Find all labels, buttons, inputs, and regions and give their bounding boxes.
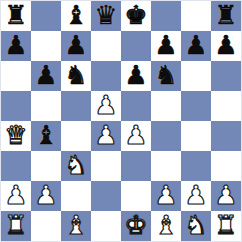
white-pawn-e4: ♟ [124,122,147,148]
square-e5[interactable] [121,91,151,121]
square-c8[interactable]: ♝ [61,1,91,31]
square-a2[interactable]: ♟ [1,181,31,211]
square-d3[interactable] [91,151,121,181]
square-d8[interactable]: ♛ [91,1,121,31]
white-queen-a4: ♛ [4,122,27,148]
square-e1[interactable]: ♚ [121,211,151,241]
square-f8[interactable] [151,1,181,31]
white-rook-h1: ♜ [214,212,237,238]
square-c2[interactable] [61,181,91,211]
square-d1[interactable] [91,211,121,241]
black-rook-h8: ♜ [214,2,237,28]
square-a1[interactable]: ♜ [1,211,31,241]
square-g3[interactable] [181,151,211,181]
black-pawn-e6: ♟ [124,62,147,88]
white-bishop-f1: ♝ [154,212,177,238]
black-pawn-a7: ♟ [4,32,27,58]
square-e8[interactable]: ♚ [121,1,151,31]
black-queen-d8: ♛ [94,2,117,28]
square-h7[interactable]: ♟ [211,31,241,61]
square-f3[interactable] [151,151,181,181]
square-b5[interactable] [31,91,61,121]
black-pawn-b6: ♟ [34,62,57,88]
square-g7[interactable]: ♟ [181,31,211,61]
square-e4[interactable]: ♟ [121,121,151,151]
square-b8[interactable] [31,1,61,31]
square-h2[interactable]: ♟ [211,181,241,211]
white-rook-a1: ♜ [4,212,27,238]
square-f7[interactable]: ♟ [151,31,181,61]
square-h8[interactable]: ♜ [211,1,241,31]
white-bishop-c1: ♝ [64,212,87,238]
square-c7[interactable]: ♟ [61,31,91,61]
square-g6[interactable] [181,61,211,91]
square-e7[interactable] [121,31,151,61]
square-h1[interactable]: ♜ [211,211,241,241]
square-b4[interactable]: ♝ [31,121,61,151]
square-c1[interactable]: ♝ [61,211,91,241]
square-h3[interactable] [211,151,241,181]
square-g1[interactable]: ♞ [181,211,211,241]
square-d4[interactable]: ♟ [91,121,121,151]
square-d5[interactable]: ♟ [91,91,121,121]
square-d6[interactable] [91,61,121,91]
white-pawn-d4: ♟ [94,122,117,148]
square-h6[interactable] [211,61,241,91]
square-c6[interactable]: ♞ [61,61,91,91]
black-pawn-c7: ♟ [64,32,87,58]
square-a3[interactable] [1,151,31,181]
square-e6[interactable]: ♟ [121,61,151,91]
black-pawn-f7: ♟ [154,32,177,58]
square-g8[interactable] [181,1,211,31]
square-f1[interactable]: ♝ [151,211,181,241]
square-f5[interactable] [151,91,181,121]
white-king-e1: ♚ [124,212,147,238]
square-g5[interactable] [181,91,211,121]
square-a5[interactable] [1,91,31,121]
square-f4[interactable] [151,121,181,151]
white-pawn-a2: ♟ [4,182,27,208]
square-b6[interactable]: ♟ [31,61,61,91]
square-c3[interactable]: ♞ [61,151,91,181]
square-c5[interactable] [61,91,91,121]
square-a4[interactable]: ♛ [1,121,31,151]
square-f2[interactable]: ♟ [151,181,181,211]
white-knight-c3: ♞ [64,152,87,178]
square-g2[interactable]: ♟ [181,181,211,211]
white-pawn-f2: ♟ [154,182,177,208]
black-pawn-h7: ♟ [214,32,237,58]
black-king-e8: ♚ [124,2,147,28]
square-b2[interactable]: ♟ [31,181,61,211]
square-b1[interactable] [31,211,61,241]
white-pawn-b2: ♟ [34,182,57,208]
chess-board-frame: ♜♝♛♚♜♟♟♟♟♟♟♞♟♞♟♛♝♟♟♞♟♟♟♟♟♜♝♚♝♞♜ [0,0,242,242]
square-f6[interactable]: ♞ [151,61,181,91]
square-a6[interactable] [1,61,31,91]
white-pawn-h2: ♟ [214,182,237,208]
black-bishop-c8: ♝ [64,2,87,28]
square-b7[interactable] [31,31,61,61]
square-d2[interactable] [91,181,121,211]
chess-board: ♜♝♛♚♜♟♟♟♟♟♟♞♟♞♟♛♝♟♟♞♟♟♟♟♟♜♝♚♝♞♜ [1,1,241,241]
square-e2[interactable] [121,181,151,211]
square-a8[interactable]: ♜ [1,1,31,31]
white-knight-g1: ♞ [184,212,207,238]
black-knight-c6: ♞ [64,62,87,88]
black-knight-f6: ♞ [154,62,177,88]
square-b3[interactable] [31,151,61,181]
square-a7[interactable]: ♟ [1,31,31,61]
square-h5[interactable] [211,91,241,121]
white-pawn-d5: ♟ [94,92,117,118]
square-e3[interactable] [121,151,151,181]
square-g4[interactable] [181,121,211,151]
black-rook-a8: ♜ [4,2,27,28]
black-pawn-g7: ♟ [184,32,207,58]
square-h4[interactable] [211,121,241,151]
square-c4[interactable] [61,121,91,151]
white-pawn-g2: ♟ [184,182,207,208]
square-d7[interactable] [91,31,121,61]
black-bishop-b4: ♝ [34,122,57,148]
